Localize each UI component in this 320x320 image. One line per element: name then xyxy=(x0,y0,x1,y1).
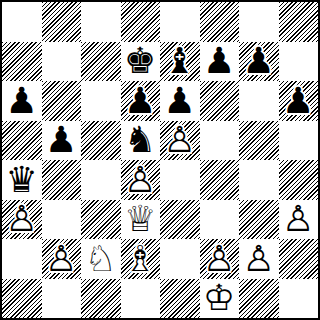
square-d4[interactable]: ♟♙ xyxy=(121,160,161,200)
black-king: ♚ xyxy=(121,42,161,82)
square-a1[interactable] xyxy=(2,279,42,319)
square-e3[interactable] xyxy=(160,200,200,240)
black-knight: ♞ xyxy=(121,121,161,161)
square-f7[interactable]: ♟ xyxy=(200,42,240,82)
square-a2[interactable] xyxy=(2,239,42,279)
square-f5[interactable] xyxy=(200,121,240,161)
white-pawn: ♟♙ xyxy=(160,121,200,161)
square-b3[interactable] xyxy=(42,200,82,240)
square-e7[interactable]: ♝ xyxy=(160,42,200,82)
white-pawn: ♟♙ xyxy=(42,239,82,279)
square-b5[interactable]: ♟ xyxy=(42,121,82,161)
black-bishop: ♝ xyxy=(160,42,200,82)
black-queen: ♛ xyxy=(2,160,42,200)
square-g3[interactable] xyxy=(239,200,279,240)
square-b6[interactable] xyxy=(42,81,82,121)
square-e5[interactable]: ♟♙ xyxy=(160,121,200,161)
square-d7[interactable]: ♚ xyxy=(121,42,161,82)
white-pawn: ♟♙ xyxy=(239,239,279,279)
square-c4[interactable] xyxy=(81,160,121,200)
square-h2[interactable] xyxy=(279,239,319,279)
square-c7[interactable] xyxy=(81,42,121,82)
white-queen: ♛♕ xyxy=(121,200,161,240)
square-g7[interactable]: ♟ xyxy=(239,42,279,82)
square-e1[interactable] xyxy=(160,279,200,319)
square-a6[interactable]: ♟ xyxy=(2,81,42,121)
square-d3[interactable]: ♛♕ xyxy=(121,200,161,240)
white-pawn: ♟♙ xyxy=(121,160,161,200)
square-e6[interactable]: ♟ xyxy=(160,81,200,121)
square-h4[interactable] xyxy=(279,160,319,200)
square-a7[interactable] xyxy=(2,42,42,82)
square-c3[interactable] xyxy=(81,200,121,240)
square-d6[interactable]: ♟ xyxy=(121,81,161,121)
square-d2[interactable]: ♝♗ xyxy=(121,239,161,279)
square-b4[interactable] xyxy=(42,160,82,200)
square-f1[interactable]: ♚♔ xyxy=(200,279,240,319)
square-g4[interactable] xyxy=(239,160,279,200)
square-g5[interactable] xyxy=(239,121,279,161)
square-h3[interactable]: ♟♙ xyxy=(279,200,319,240)
square-g1[interactable] xyxy=(239,279,279,319)
square-f4[interactable] xyxy=(200,160,240,200)
square-d1[interactable] xyxy=(121,279,161,319)
square-b2[interactable]: ♟♙ xyxy=(42,239,82,279)
black-pawn: ♟ xyxy=(2,81,42,121)
white-pawn: ♟♙ xyxy=(200,239,240,279)
black-pawn: ♟ xyxy=(121,81,161,121)
white-pawn: ♟♙ xyxy=(2,200,42,240)
square-e4[interactable] xyxy=(160,160,200,200)
square-c2[interactable]: ♞♘ xyxy=(81,239,121,279)
white-knight: ♞♘ xyxy=(81,239,121,279)
white-king: ♚♔ xyxy=(200,279,240,319)
square-a3[interactable]: ♟♙ xyxy=(2,200,42,240)
square-f6[interactable] xyxy=(200,81,240,121)
square-g6[interactable] xyxy=(239,81,279,121)
square-g2[interactable]: ♟♙ xyxy=(239,239,279,279)
square-e2[interactable] xyxy=(160,239,200,279)
white-pawn: ♟♙ xyxy=(279,200,319,240)
black-pawn: ♟ xyxy=(42,121,82,161)
square-c8[interactable] xyxy=(81,2,121,42)
square-c5[interactable] xyxy=(81,121,121,161)
square-a8[interactable] xyxy=(2,2,42,42)
square-a4[interactable]: ♛ xyxy=(2,160,42,200)
square-h7[interactable] xyxy=(279,42,319,82)
square-d5[interactable]: ♞ xyxy=(121,121,161,161)
chessboard: ♚♝♟♟♟♟♟♟♟♞♟♙♛♟♙♟♙♛♕♟♙♟♙♞♘♝♗♟♙♟♙♚♔ xyxy=(0,0,320,320)
black-pawn: ♟ xyxy=(279,81,319,121)
square-e8[interactable] xyxy=(160,2,200,42)
square-h1[interactable] xyxy=(279,279,319,319)
square-c1[interactable] xyxy=(81,279,121,319)
square-h8[interactable] xyxy=(279,2,319,42)
square-h6[interactable]: ♟ xyxy=(279,81,319,121)
black-pawn: ♟ xyxy=(200,42,240,82)
white-bishop: ♝♗ xyxy=(121,239,161,279)
square-h5[interactable] xyxy=(279,121,319,161)
square-c6[interactable] xyxy=(81,81,121,121)
square-f2[interactable]: ♟♙ xyxy=(200,239,240,279)
square-f8[interactable] xyxy=(200,2,240,42)
square-b1[interactable] xyxy=(42,279,82,319)
square-b7[interactable] xyxy=(42,42,82,82)
square-b8[interactable] xyxy=(42,2,82,42)
square-a5[interactable] xyxy=(2,121,42,161)
black-pawn: ♟ xyxy=(239,42,279,82)
square-d8[interactable] xyxy=(121,2,161,42)
square-g8[interactable] xyxy=(239,2,279,42)
square-f3[interactable] xyxy=(200,200,240,240)
black-pawn: ♟ xyxy=(160,81,200,121)
